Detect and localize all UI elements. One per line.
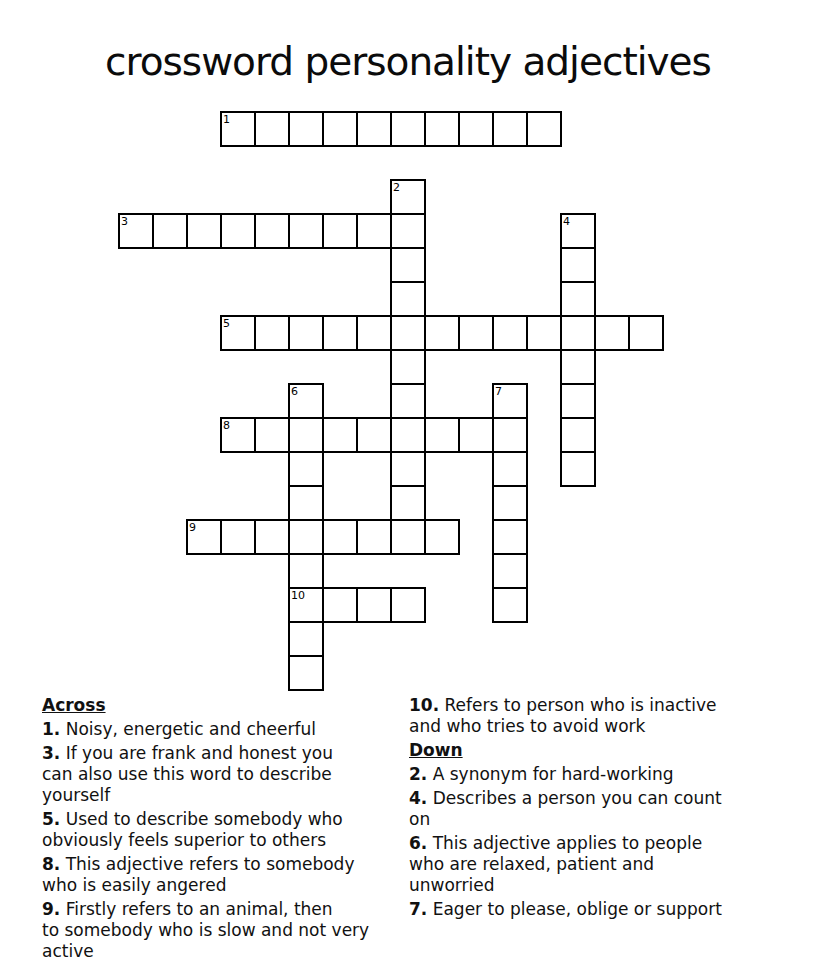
grid-cell[interactable]	[390, 349, 426, 385]
clue: 4. Describes a person you can count on	[409, 788, 771, 830]
grid-cell[interactable]: 10	[288, 587, 324, 623]
clue-text: Firstly refers to an animal, then to som…	[42, 899, 369, 957]
grid-cell[interactable]	[254, 519, 290, 555]
grid-cell[interactable]: 9	[186, 519, 222, 555]
across-header: Across	[42, 695, 404, 716]
clue-number: 7.	[409, 899, 427, 919]
grid-cell[interactable]	[560, 383, 596, 419]
grid-cell[interactable]	[288, 621, 324, 657]
grid-cell[interactable]	[424, 315, 460, 351]
grid-cell[interactable]: 4	[560, 213, 596, 249]
grid-cell[interactable]	[356, 213, 392, 249]
grid-cell[interactable]	[254, 315, 290, 351]
down-header: Down	[409, 740, 771, 761]
grid-cell[interactable]	[526, 111, 562, 147]
grid-cell[interactable]	[220, 213, 256, 249]
grid-cell[interactable]: 2	[390, 179, 426, 215]
clue-text: Used to describe somebody who obviously …	[42, 809, 343, 850]
clues-column-left: Across 1. Noisy, energetic and cheerful3…	[42, 695, 404, 957]
grid-cell[interactable]	[492, 485, 528, 521]
grid-cell[interactable]	[322, 587, 358, 623]
cell-clue-number: 5	[223, 317, 230, 330]
grid-cell[interactable]: 8	[220, 417, 256, 453]
across-clues-continued: 10. Refers to person who is inactive and…	[409, 695, 771, 737]
cell-clue-number: 8	[223, 419, 230, 432]
clue-number: 6.	[409, 833, 427, 853]
grid-cell[interactable]	[322, 519, 358, 555]
grid-cell[interactable]	[424, 417, 460, 453]
grid-cell[interactable]	[288, 111, 324, 147]
clue: 2. A synonym for hard-working	[409, 764, 771, 785]
clue: 10. Refers to person who is inactive and…	[409, 695, 771, 737]
clue: 3. If you are frank and honest you can a…	[42, 743, 404, 806]
grid-cell[interactable]	[560, 247, 596, 283]
grid-cell[interactable]	[288, 417, 324, 453]
clue-text: Describes a person you can count on	[409, 788, 722, 829]
grid-cell[interactable]	[220, 519, 256, 555]
cell-clue-number: 7	[495, 385, 502, 398]
clue: 5. Used to describe somebody who obvious…	[42, 809, 404, 851]
grid-cell[interactable]	[322, 315, 358, 351]
clue-number: 3.	[42, 743, 60, 763]
across-clues-list: 1. Noisy, energetic and cheerful3. If yo…	[42, 719, 404, 957]
clue-text: A synonym for hard-working	[427, 764, 673, 784]
clue: 6. This adjective applies to people who …	[409, 833, 771, 896]
grid-cell[interactable]	[356, 417, 392, 453]
grid-cell[interactable]	[356, 587, 392, 623]
clue-text: Refers to person who is inactive and who…	[409, 695, 717, 736]
grid-cell[interactable]	[560, 349, 596, 385]
grid-cell[interactable]	[492, 519, 528, 555]
grid-cell[interactable]	[492, 587, 528, 623]
grid-cell[interactable]: 7	[492, 383, 528, 419]
page-title: crossword personality adjectives	[0, 38, 816, 86]
grid-cell[interactable]	[390, 281, 426, 317]
clue: 7. Eager to please, oblige or support	[409, 899, 771, 920]
cell-clue-number: 2	[393, 181, 400, 194]
grid-cell[interactable]	[356, 315, 392, 351]
grid-cell[interactable]	[254, 213, 290, 249]
grid-cell[interactable]: 3	[118, 213, 154, 249]
clue-number: 5.	[42, 809, 60, 829]
grid-cell[interactable]	[390, 485, 426, 521]
grid-cell[interactable]	[560, 315, 596, 351]
grid-cell[interactable]	[424, 111, 460, 147]
grid-cell[interactable]	[628, 315, 664, 351]
cell-clue-number: 3	[121, 215, 128, 228]
grid-cell[interactable]	[458, 417, 494, 453]
grid-cell[interactable]	[254, 417, 290, 453]
grid-cell[interactable]	[390, 383, 426, 419]
grid-cell[interactable]	[390, 587, 426, 623]
cell-clue-number: 4	[563, 215, 570, 228]
clues-column-right: 10. Refers to person who is inactive and…	[409, 695, 771, 923]
grid-cell[interactable]	[288, 213, 324, 249]
grid-cell[interactable]	[390, 451, 426, 487]
grid-cell[interactable]	[288, 519, 324, 555]
grid-cell[interactable]	[322, 111, 358, 147]
clue: 8. This adjective refers to somebody who…	[42, 854, 404, 896]
clue-number: 2.	[409, 764, 427, 784]
grid-cell[interactable]	[560, 281, 596, 317]
grid-cell[interactable]	[186, 213, 222, 249]
grid-cell[interactable]	[288, 485, 324, 521]
grid-cell[interactable]	[526, 315, 562, 351]
clue: 9. Firstly refers to an animal, then to …	[42, 899, 404, 957]
clue-text: This adjective applies to people who are…	[409, 833, 702, 895]
cell-clue-number: 10	[291, 589, 305, 602]
down-clues-list: 2. A synonym for hard-working4. Describe…	[409, 764, 771, 920]
grid-cell[interactable]: 6	[288, 383, 324, 419]
grid-cell[interactable]	[390, 247, 426, 283]
clue-number: 1.	[42, 719, 60, 739]
grid-cell[interactable]	[288, 553, 324, 589]
clue-text: Eager to please, oblige or support	[427, 899, 722, 919]
grid-cell[interactable]	[390, 417, 426, 453]
grid-cell[interactable]	[152, 213, 188, 249]
grid-cell[interactable]	[390, 213, 426, 249]
grid-cell[interactable]	[288, 655, 324, 691]
grid-cell[interactable]	[322, 417, 358, 453]
grid-cell[interactable]	[356, 519, 392, 555]
grid-cell[interactable]	[560, 417, 596, 453]
grid-cell[interactable]: 5	[220, 315, 256, 351]
grid-cell[interactable]	[492, 451, 528, 487]
grid-cell[interactable]	[560, 451, 596, 487]
grid-cell[interactable]	[424, 519, 460, 555]
clue-text: This adjective refers to somebody who is…	[42, 854, 354, 895]
grid-cell[interactable]	[458, 111, 494, 147]
grid-cell[interactable]: 1	[220, 111, 256, 147]
clue-number: 4.	[409, 788, 427, 808]
grid-cell[interactable]	[390, 111, 426, 147]
cell-clue-number: 6	[291, 385, 298, 398]
clue-text: Noisy, energetic and cheerful	[60, 719, 316, 739]
grid-cell[interactable]	[288, 451, 324, 487]
grid-cell[interactable]	[254, 111, 290, 147]
crossword-grid: 12345678910	[118, 111, 662, 689]
grid-cell[interactable]	[492, 553, 528, 589]
grid-cell[interactable]	[390, 519, 426, 555]
cell-clue-number: 9	[189, 521, 196, 534]
grid-cell[interactable]	[492, 417, 528, 453]
grid-cell[interactable]	[458, 315, 494, 351]
clue: 1. Noisy, energetic and cheerful	[42, 719, 404, 740]
grid-cell[interactable]	[594, 315, 630, 351]
grid-cell[interactable]	[492, 111, 528, 147]
clue-number: 8.	[42, 854, 60, 874]
grid-cell[interactable]	[492, 315, 528, 351]
grid-cell[interactable]	[390, 315, 426, 351]
grid-cell[interactable]	[356, 111, 392, 147]
cell-clue-number: 1	[223, 113, 230, 126]
grid-cell[interactable]	[288, 315, 324, 351]
clue-number: 10.	[409, 695, 439, 715]
grid-cell[interactable]	[322, 213, 358, 249]
clue-text: If you are frank and honest you can also…	[42, 743, 333, 805]
clue-number: 9.	[42, 899, 60, 919]
